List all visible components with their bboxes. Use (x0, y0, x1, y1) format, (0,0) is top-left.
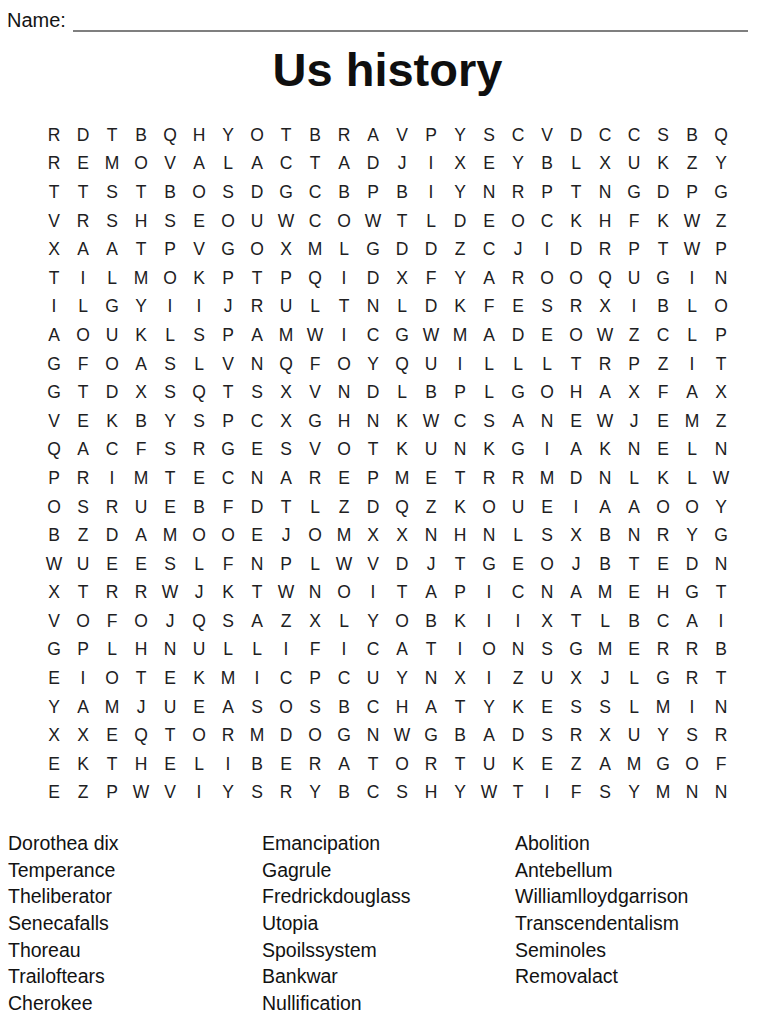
grid-cell-r20c9: C (272, 664, 301, 693)
grid-cell-r5c7: G (214, 235, 243, 264)
grid-cell-r20c12: U (359, 664, 388, 693)
grid-cell-r15c4: A (127, 521, 156, 550)
grid-cell-r3c8: D (243, 178, 272, 207)
grid-cell-r12c5: S (156, 436, 185, 465)
grid-cell-r17c4: R (127, 579, 156, 608)
grid-cell-r7c16: F (475, 293, 504, 322)
grid-cell-r19c13: A (388, 636, 417, 665)
grid-cell-r10c23: A (678, 378, 707, 407)
grid-cell-r21c10: S (301, 693, 330, 722)
grid-cell-r13c23: L (678, 464, 707, 493)
grid-cell-r15c6: O (185, 521, 214, 550)
grid-cell-r9c14: U (417, 350, 446, 379)
grid-cell-r13c3: I (98, 464, 127, 493)
grid-cell-r23c10: R (301, 750, 330, 779)
grid-cell-r5c3: A (98, 235, 127, 264)
grid-cell-r3c9: G (272, 178, 301, 207)
word-item: Removalact (515, 963, 775, 990)
grid-cell-r19c16: O (475, 636, 504, 665)
grid-cell-r10c14: B (417, 378, 446, 407)
grid-cell-r6c5: O (156, 264, 185, 293)
grid-cell-r7c7: J (214, 293, 243, 322)
grid-cell-r1c12: A (359, 121, 388, 150)
grid-cell-r12c9: S (272, 436, 301, 465)
grid-cell-r13c12: P (359, 464, 388, 493)
grid-cell-r11c14: W (417, 407, 446, 436)
grid-cell-r15c10: O (301, 521, 330, 550)
grid-cell-r22c15: B (446, 721, 475, 750)
grid-cell-r23c7: I (214, 750, 243, 779)
grid-cell-r7c21: I (620, 293, 649, 322)
grid-cell-r15c18: S (533, 521, 562, 550)
grid-cell-r7c4: Y (127, 293, 156, 322)
grid-cell-r23c4: H (127, 750, 156, 779)
grid-cell-r11c4: B (127, 407, 156, 436)
grid-cell-r6c24: N (707, 264, 736, 293)
word-item: Gagrule (262, 857, 515, 884)
grid-cell-r24c7: Y (214, 779, 243, 808)
grid-cell-r4c23: W (678, 207, 707, 236)
grid-cell-r12c11: O (330, 436, 359, 465)
grid-cell-r21c23: I (678, 693, 707, 722)
grid-cell-r9c6: L (185, 350, 214, 379)
grid-cell-r23c9: E (272, 750, 301, 779)
grid-cell-r6c16: A (475, 264, 504, 293)
word-item: Fredrickdouglass (262, 883, 515, 910)
grid-cell-r13c9: A (272, 464, 301, 493)
grid-cell-r9c9: Q (272, 350, 301, 379)
grid-cell-r4c12: W (359, 207, 388, 236)
word-item: Utopia (262, 910, 515, 937)
grid-cell-r24c18: I (533, 779, 562, 808)
grid-cell-r13c4: M (127, 464, 156, 493)
grid-cell-r14c10: L (301, 493, 330, 522)
grid-cell-r20c24: T (707, 664, 736, 693)
grid-cell-r15c19: X (562, 521, 591, 550)
grid-cell-r20c19: X (562, 664, 591, 693)
grid-cell-r11c22: E (649, 407, 678, 436)
grid-cell-r7c3: G (98, 293, 127, 322)
grid-cell-r15c12: X (359, 521, 388, 550)
grid-cell-r13c11: E (330, 464, 359, 493)
grid-cell-r18c13: O (388, 607, 417, 636)
grid-cell-r14c17: U (504, 493, 533, 522)
grid-cell-r16c7: F (214, 550, 243, 579)
grid-cell-r5c20: R (591, 235, 620, 264)
word-item: Nullification (262, 990, 515, 1017)
grid-cell-r9c18: L (533, 350, 562, 379)
grid-cell-r14c21: A (620, 493, 649, 522)
grid-cell-r18c20: L (591, 607, 620, 636)
grid-cell-r11c19: E (562, 407, 591, 436)
grid-cell-r14c3: R (98, 493, 127, 522)
grid-cell-r14c19: I (562, 493, 591, 522)
grid-cell-r5c17: J (504, 235, 533, 264)
word-item: Cherokee (8, 990, 262, 1017)
grid-cell-r15c11: M (330, 521, 359, 550)
grid-cell-r19c10: F (301, 636, 330, 665)
grid-cell-r6c4: M (127, 264, 156, 293)
grid-cell-r24c11: B (330, 779, 359, 808)
grid-cell-r15c24: G (707, 521, 736, 550)
grid-cell-r21c13: H (388, 693, 417, 722)
grid-cell-r7c15: K (446, 293, 475, 322)
grid-cell-r10c24: X (707, 378, 736, 407)
grid-cell-r2c7: L (214, 150, 243, 179)
grid-cell-r11c11: H (330, 407, 359, 436)
grid-cell-r21c5: U (156, 693, 185, 722)
grid-cell-r4c13: T (388, 207, 417, 236)
grid-cell-r18c21: B (620, 607, 649, 636)
grid-cell-r23c5: E (156, 750, 185, 779)
grid-cell-r2c19: L (562, 150, 591, 179)
grid-cell-r12c20: K (591, 436, 620, 465)
grid-cell-r21c22: M (649, 693, 678, 722)
grid-cell-r16c22: E (649, 550, 678, 579)
grid-cell-r1c9: T (272, 121, 301, 150)
grid-cell-r18c10: X (301, 607, 330, 636)
grid-cell-r10c5: S (156, 378, 185, 407)
grid-cell-r23c1: E (40, 750, 69, 779)
grid-cell-r24c2: Z (69, 779, 98, 808)
grid-cell-r15c22: R (649, 521, 678, 550)
grid-cell-r8c9: M (272, 321, 301, 350)
grid-cell-r13c1: P (40, 464, 69, 493)
grid-cell-r6c17: R (504, 264, 533, 293)
grid-cell-r1c11: R (330, 121, 359, 150)
grid-cell-r13c2: R (69, 464, 98, 493)
grid-cell-r2c24: Y (707, 150, 736, 179)
grid-cell-r2c12: D (359, 150, 388, 179)
grid-cell-r6c13: X (388, 264, 417, 293)
grid-cell-r11c21: J (620, 407, 649, 436)
grid-cell-r7c24: O (707, 293, 736, 322)
grid-cell-r1c17: C (504, 121, 533, 150)
grid-cell-r14c14: Z (417, 493, 446, 522)
grid-cell-r20c14: N (417, 664, 446, 693)
grid-cell-r2c20: X (591, 150, 620, 179)
grid-cell-r16c5: S (156, 550, 185, 579)
grid-cell-r11c3: K (98, 407, 127, 436)
grid-cell-r23c23: O (678, 750, 707, 779)
puzzle-title: Us history (0, 42, 775, 98)
grid-cell-r21c11: B (330, 693, 359, 722)
grid-cell-r8c12: C (359, 321, 388, 350)
grid-cell-r12c22: E (649, 436, 678, 465)
grid-cell-r17c2: T (69, 579, 98, 608)
grid-cell-r4c18: C (533, 207, 562, 236)
grid-cell-r19c20: M (591, 636, 620, 665)
grid-cell-r9c23: I (678, 350, 707, 379)
grid-cell-r1c4: B (127, 121, 156, 150)
grid-cell-r14c2: S (69, 493, 98, 522)
grid-cell-r17c14: A (417, 579, 446, 608)
grid-cell-r24c16: W (475, 779, 504, 808)
grid-cell-r3c4: T (127, 178, 156, 207)
grid-cell-r5c5: P (156, 235, 185, 264)
grid-cell-r24c19: F (562, 779, 591, 808)
grid-cell-r3c7: S (214, 178, 243, 207)
grid-cell-r17c3: R (98, 579, 127, 608)
grid-cell-r14c13: Q (388, 493, 417, 522)
grid-cell-r11c7: P (214, 407, 243, 436)
grid-cell-r4c21: F (620, 207, 649, 236)
grid-cell-r7c10: L (301, 293, 330, 322)
grid-cell-r12c8: E (243, 436, 272, 465)
grid-cell-r8c3: U (98, 321, 127, 350)
grid-cell-r21c12: C (359, 693, 388, 722)
grid-cell-r16c18: O (533, 550, 562, 579)
name-row: Name: (0, 0, 775, 32)
grid-cell-r24c4: W (127, 779, 156, 808)
word-item: Emancipation (262, 830, 515, 857)
grid-cell-r4c3: S (98, 207, 127, 236)
grid-cell-r6c8: T (243, 264, 272, 293)
grid-cell-r14c11: Z (330, 493, 359, 522)
word-list: Dorothea dixTemperanceTheliberatorSeneca… (0, 830, 775, 1016)
grid-cell-r5c15: Z (446, 235, 475, 264)
word-list-column-2: EmancipationGagruleFredrickdouglassUtopi… (262, 830, 515, 1016)
grid-cell-r8c1: A (40, 321, 69, 350)
grid-cell-r3c15: Y (446, 178, 475, 207)
grid-cell-r1c1: R (40, 121, 69, 150)
grid-cell-r22c23: S (678, 721, 707, 750)
grid-cell-r9c10: F (301, 350, 330, 379)
grid-cell-r17c9: W (272, 579, 301, 608)
grid-cell-r2c18: B (533, 150, 562, 179)
grid-cell-r5c24: P (707, 235, 736, 264)
grid-cell-r14c5: E (156, 493, 185, 522)
grid-cell-r11c23: M (678, 407, 707, 436)
grid-cell-r1c20: C (591, 121, 620, 150)
grid-cell-r8c22: C (649, 321, 678, 350)
grid-cell-r14c12: D (359, 493, 388, 522)
grid-cell-r2c11: A (330, 150, 359, 179)
grid-cell-r7c6: I (185, 293, 214, 322)
grid-cell-r21c8: S (243, 693, 272, 722)
grid-cell-r14c8: D (243, 493, 272, 522)
grid-cell-r22c1: X (40, 721, 69, 750)
grid-cell-r12c17: G (504, 436, 533, 465)
grid-cell-r12c16: K (475, 436, 504, 465)
grid-cell-r23c18: E (533, 750, 562, 779)
grid-cell-r21c4: J (127, 693, 156, 722)
grid-cell-r21c1: Y (40, 693, 69, 722)
grid-cell-r12c15: N (446, 436, 475, 465)
grid-cell-r11c15: C (446, 407, 475, 436)
grid-cell-r15c7: O (214, 521, 243, 550)
grid-cell-r19c8: L (243, 636, 272, 665)
grid-cell-r13c24: W (707, 464, 736, 493)
grid-cell-r5c4: T (127, 235, 156, 264)
grid-cell-r8c14: W (417, 321, 446, 350)
grid-cell-r16c24: N (707, 550, 736, 579)
grid-cell-r14c6: B (185, 493, 214, 522)
grid-cell-r17c21: E (620, 579, 649, 608)
grid-cell-r22c20: X (591, 721, 620, 750)
grid-cell-r21c15: T (446, 693, 475, 722)
grid-cell-r16c1: W (40, 550, 69, 579)
grid-cell-r11c2: E (69, 407, 98, 436)
grid-cell-r16c4: E (127, 550, 156, 579)
grid-cell-r19c12: C (359, 636, 388, 665)
grid-cell-r18c2: O (69, 607, 98, 636)
grid-cell-r20c5: E (156, 664, 185, 693)
grid-cell-r3c20: N (591, 178, 620, 207)
grid-cell-r20c2: I (69, 664, 98, 693)
grid-cell-r16c8: N (243, 550, 272, 579)
grid-cell-r17c18: N (533, 579, 562, 608)
grid-cell-r15c9: J (272, 521, 301, 550)
word-item: Antebellum (515, 857, 775, 884)
grid-cell-r3c14: I (417, 178, 446, 207)
grid-cell-r12c7: G (214, 436, 243, 465)
grid-cell-r23c2: K (69, 750, 98, 779)
grid-cell-r20c20: J (591, 664, 620, 693)
grid-cell-r23c6: L (185, 750, 214, 779)
grid-cell-r20c23: R (678, 664, 707, 693)
grid-cell-r13c14: E (417, 464, 446, 493)
grid-cell-r22c22: Y (649, 721, 678, 750)
grid-cell-r13c7: C (214, 464, 243, 493)
grid-cell-r20c18: U (533, 664, 562, 693)
grid-cell-r24c14: H (417, 779, 446, 808)
worksheet-page: Name: Us history RDTBQHYOTBRAVPYSCVDCCSB… (0, 0, 775, 1028)
grid-cell-r23c24: F (707, 750, 736, 779)
grid-cell-r20c1: E (40, 664, 69, 693)
grid-cell-r19c23: R (678, 636, 707, 665)
grid-cell-r11c9: X (272, 407, 301, 436)
grid-cell-r2c8: A (243, 150, 272, 179)
grid-cell-r1c8: O (243, 121, 272, 150)
grid-cell-r14c7: F (214, 493, 243, 522)
grid-cell-r4c20: H (591, 207, 620, 236)
grid-cell-r8c18: E (533, 321, 562, 350)
grid-cell-r10c18: O (533, 378, 562, 407)
word-item: Trailoftears (8, 963, 262, 990)
grid-cell-r19c9: I (272, 636, 301, 665)
grid-cell-r19c24: B (707, 636, 736, 665)
grid-cell-r9c24: T (707, 350, 736, 379)
grid-cell-r21c2: A (69, 693, 98, 722)
grid-cell-r23c11: A (330, 750, 359, 779)
grid-cell-r18c19: T (562, 607, 591, 636)
grid-cell-r3c13: B (388, 178, 417, 207)
grid-cell-r12c4: F (127, 436, 156, 465)
grid-cell-r10c13: L (388, 378, 417, 407)
grid-cell-r4c11: O (330, 207, 359, 236)
grid-cell-r3c6: O (185, 178, 214, 207)
grid-cell-r15c20: B (591, 521, 620, 550)
grid-cell-r18c3: F (98, 607, 127, 636)
grid-cell-r3c24: G (707, 178, 736, 207)
grid-cell-r17c1: X (40, 579, 69, 608)
word-item: Dorothea dix (8, 830, 262, 857)
grid-cell-r22c24: R (707, 721, 736, 750)
grid-cell-r21c7: A (214, 693, 243, 722)
grid-cell-r22c5: T (156, 721, 185, 750)
grid-cell-r9c15: I (446, 350, 475, 379)
grid-cell-r5c19: D (562, 235, 591, 264)
grid-cell-r8c13: G (388, 321, 417, 350)
grid-cell-r15c13: X (388, 521, 417, 550)
grid-cell-r8c17: D (504, 321, 533, 350)
grid-cell-r16c20: B (591, 550, 620, 579)
grid-cell-r11c17: A (504, 407, 533, 436)
grid-cell-r17c15: P (446, 579, 475, 608)
grid-cell-r24c17: T (504, 779, 533, 808)
grid-cell-r1c5: Q (156, 121, 185, 150)
grid-cell-r12c18: I (533, 436, 562, 465)
grid-cell-r18c8: A (243, 607, 272, 636)
grid-cell-r24c12: C (359, 779, 388, 808)
grid-cell-r18c7: S (214, 607, 243, 636)
grid-cell-r9c3: O (98, 350, 127, 379)
name-label: Name: (7, 9, 66, 32)
grid-cell-r18c4: O (127, 607, 156, 636)
grid-cell-r13c13: M (388, 464, 417, 493)
grid-cell-r18c5: J (156, 607, 185, 636)
grid-cell-r5c9: X (272, 235, 301, 264)
grid-cell-r5c13: D (388, 235, 417, 264)
grid-cell-r24c15: Y (446, 779, 475, 808)
word-item: Senecafalls (8, 910, 262, 937)
grid-cell-r16c13: D (388, 550, 417, 579)
grid-cell-r20c22: G (649, 664, 678, 693)
grid-cell-r4c8: U (243, 207, 272, 236)
word-item: Seminoles (515, 937, 775, 964)
grid-cell-r7c19: R (562, 293, 591, 322)
grid-cell-r6c6: K (185, 264, 214, 293)
grid-cell-r18c23: A (678, 607, 707, 636)
grid-cell-r8c20: W (591, 321, 620, 350)
grid-cell-r22c10: O (301, 721, 330, 750)
grid-cell-r23c20: A (591, 750, 620, 779)
grid-cell-r4c5: S (156, 207, 185, 236)
grid-cell-r14c9: T (272, 493, 301, 522)
grid-cell-r20c17: Z (504, 664, 533, 693)
grid-cell-r24c3: P (98, 779, 127, 808)
grid-cell-r6c20: Q (591, 264, 620, 293)
grid-cell-r14c15: K (446, 493, 475, 522)
grid-cell-r10c16: L (475, 378, 504, 407)
grid-cell-r16c11: W (330, 550, 359, 579)
grid-cell-r14c20: A (591, 493, 620, 522)
grid-cell-r19c15: I (446, 636, 475, 665)
grid-cell-r5c23: W (678, 235, 707, 264)
grid-cell-r4c19: K (562, 207, 591, 236)
grid-cell-r19c19: G (562, 636, 591, 665)
grid-cell-r9c11: O (330, 350, 359, 379)
grid-cell-r13c15: T (446, 464, 475, 493)
grid-cell-r11c6: S (185, 407, 214, 436)
grid-cell-r22c16: A (475, 721, 504, 750)
grid-cell-r14c1: O (40, 493, 69, 522)
word-list-column-1: Dorothea dixTemperanceTheliberatorSeneca… (8, 830, 262, 1016)
grid-cell-r3c17: R (504, 178, 533, 207)
grid-cell-r13c20: N (591, 464, 620, 493)
grid-cell-r3c1: T (40, 178, 69, 207)
grid-cell-r14c22: O (649, 493, 678, 522)
grid-cell-r1c19: D (562, 121, 591, 150)
grid-cell-r4c17: O (504, 207, 533, 236)
grid-cell-r19c21: E (620, 636, 649, 665)
grid-cell-r10c3: D (98, 378, 127, 407)
grid-cell-r9c17: L (504, 350, 533, 379)
grid-cell-r10c12: D (359, 378, 388, 407)
grid-cell-r3c22: D (649, 178, 678, 207)
grid-cell-r9c19: T (562, 350, 591, 379)
